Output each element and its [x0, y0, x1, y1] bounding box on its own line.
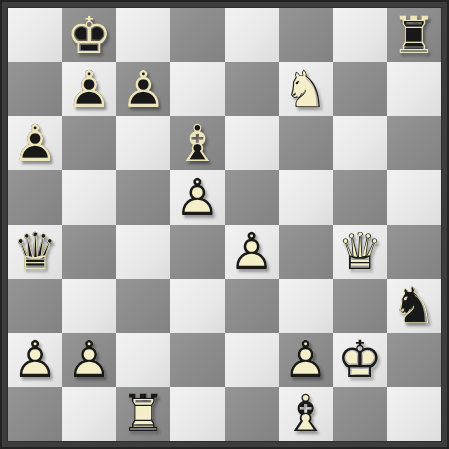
chess-board-frame: ♚♔♜♖♟♙♟♙♞♘♟♙♝♗♟♙♛♕♟♙♛♕♞♘♟♙♟♙♟♙♚♔♜♖♝♗: [0, 0, 449, 449]
black-rook-outline-glyph: ♖: [387, 8, 441, 62]
black-knight[interactable]: ♞♘: [387, 279, 441, 333]
white-pawn[interactable]: ♟♙: [225, 225, 279, 279]
square-g7[interactable]: [333, 62, 387, 116]
square-b6[interactable]: [62, 116, 116, 170]
square-a5[interactable]: [8, 170, 62, 224]
square-e5[interactable]: [225, 170, 279, 224]
square-f5[interactable]: [279, 170, 333, 224]
square-d6[interactable]: ♝♗: [170, 116, 224, 170]
square-d8[interactable]: [170, 8, 224, 62]
square-d7[interactable]: [170, 62, 224, 116]
square-h5[interactable]: [387, 170, 441, 224]
square-g3[interactable]: [333, 279, 387, 333]
black-queen[interactable]: ♛♕: [8, 225, 62, 279]
black-bishop[interactable]: ♝♗: [170, 116, 224, 170]
square-c2[interactable]: [116, 333, 170, 387]
white-queen-outline-glyph: ♕: [333, 225, 387, 279]
square-b1[interactable]: [62, 387, 116, 441]
square-a6[interactable]: ♟♙: [8, 116, 62, 170]
square-d4[interactable]: [170, 225, 224, 279]
square-h3[interactable]: ♞♘: [387, 279, 441, 333]
square-g5[interactable]: [333, 170, 387, 224]
square-d1[interactable]: [170, 387, 224, 441]
square-a1[interactable]: [8, 387, 62, 441]
square-b4[interactable]: [62, 225, 116, 279]
white-queen[interactable]: ♛♕: [333, 225, 387, 279]
square-d5[interactable]: ♟♙: [170, 170, 224, 224]
square-a7[interactable]: [8, 62, 62, 116]
square-g2[interactable]: ♚♔: [333, 333, 387, 387]
black-bishop-outline-glyph: ♗: [170, 116, 224, 170]
square-c1[interactable]: ♜♖: [116, 387, 170, 441]
square-g1[interactable]: [333, 387, 387, 441]
square-c4[interactable]: [116, 225, 170, 279]
square-b7[interactable]: ♟♙: [62, 62, 116, 116]
square-b2[interactable]: ♟♙: [62, 333, 116, 387]
square-f1[interactable]: ♝♗: [279, 387, 333, 441]
square-a4[interactable]: ♛♕: [8, 225, 62, 279]
white-pawn-outline-glyph: ♙: [170, 170, 224, 224]
square-c5[interactable]: [116, 170, 170, 224]
square-c8[interactable]: [116, 8, 170, 62]
chess-board: ♚♔♜♖♟♙♟♙♞♘♟♙♝♗♟♙♛♕♟♙♛♕♞♘♟♙♟♙♟♙♚♔♜♖♝♗: [8, 8, 441, 441]
white-knight[interactable]: ♞♘: [279, 62, 333, 116]
square-e7[interactable]: [225, 62, 279, 116]
square-d3[interactable]: [170, 279, 224, 333]
black-pawn-outline-glyph: ♙: [8, 116, 62, 170]
black-pawn-outline-glyph: ♙: [62, 62, 116, 116]
white-pawn[interactable]: ♟♙: [279, 333, 333, 387]
square-f3[interactable]: [279, 279, 333, 333]
square-e2[interactable]: [225, 333, 279, 387]
black-pawn[interactable]: ♟♙: [62, 62, 116, 116]
square-a3[interactable]: [8, 279, 62, 333]
square-h7[interactable]: [387, 62, 441, 116]
square-e6[interactable]: [225, 116, 279, 170]
square-g8[interactable]: [333, 8, 387, 62]
square-c3[interactable]: [116, 279, 170, 333]
square-c6[interactable]: [116, 116, 170, 170]
square-e4[interactable]: ♟♙: [225, 225, 279, 279]
square-g6[interactable]: [333, 116, 387, 170]
square-e8[interactable]: [225, 8, 279, 62]
white-king[interactable]: ♚♔: [333, 333, 387, 387]
white-rook[interactable]: ♜♖: [116, 387, 170, 441]
black-pawn[interactable]: ♟♙: [116, 62, 170, 116]
white-bishop[interactable]: ♝♗: [279, 387, 333, 441]
square-g4[interactable]: ♛♕: [333, 225, 387, 279]
square-d2[interactable]: [170, 333, 224, 387]
white-pawn-outline-glyph: ♙: [225, 225, 279, 279]
white-knight-outline-glyph: ♘: [279, 62, 333, 116]
square-f8[interactable]: [279, 8, 333, 62]
square-a2[interactable]: ♟♙: [8, 333, 62, 387]
square-f7[interactable]: ♞♘: [279, 62, 333, 116]
black-queen-outline-glyph: ♕: [8, 225, 62, 279]
white-pawn-outline-glyph: ♙: [62, 333, 116, 387]
square-c7[interactable]: ♟♙: [116, 62, 170, 116]
square-h8[interactable]: ♜♖: [387, 8, 441, 62]
square-b5[interactable]: [62, 170, 116, 224]
black-king[interactable]: ♚♔: [62, 8, 116, 62]
black-pawn[interactable]: ♟♙: [8, 116, 62, 170]
white-king-outline-glyph: ♔: [333, 333, 387, 387]
white-bishop-outline-glyph: ♗: [279, 387, 333, 441]
black-rook[interactable]: ♜♖: [387, 8, 441, 62]
square-e1[interactable]: [225, 387, 279, 441]
square-h6[interactable]: [387, 116, 441, 170]
square-e3[interactable]: [225, 279, 279, 333]
square-h2[interactable]: [387, 333, 441, 387]
square-h4[interactable]: [387, 225, 441, 279]
square-f2[interactable]: ♟♙: [279, 333, 333, 387]
white-pawn-outline-glyph: ♙: [8, 333, 62, 387]
white-pawn[interactable]: ♟♙: [170, 170, 224, 224]
black-pawn-outline-glyph: ♙: [116, 62, 170, 116]
square-f4[interactable]: [279, 225, 333, 279]
square-b8[interactable]: ♚♔: [62, 8, 116, 62]
square-f6[interactable]: [279, 116, 333, 170]
white-pawn-outline-glyph: ♙: [279, 333, 333, 387]
square-a8[interactable]: [8, 8, 62, 62]
black-knight-outline-glyph: ♘: [387, 279, 441, 333]
square-h1[interactable]: [387, 387, 441, 441]
white-pawn[interactable]: ♟♙: [8, 333, 62, 387]
white-rook-outline-glyph: ♖: [116, 387, 170, 441]
white-pawn[interactable]: ♟♙: [62, 333, 116, 387]
black-king-outline-glyph: ♔: [62, 8, 116, 62]
square-b3[interactable]: [62, 279, 116, 333]
